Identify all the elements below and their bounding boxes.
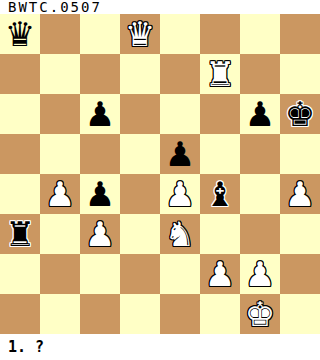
piece-white-rook[interactable]: ♜: [205, 54, 235, 94]
square-b1[interactable]: [40, 294, 80, 334]
square-c7[interactable]: [80, 54, 120, 94]
square-a5[interactable]: [0, 134, 40, 174]
square-b2[interactable]: [40, 254, 80, 294]
piece-white-queen[interactable]: ♛: [125, 14, 155, 54]
move-prompt: 1. ?: [8, 338, 44, 356]
piece-white-pawn[interactable]: ♟: [85, 214, 115, 254]
piece-black-rook[interactable]: ♜: [5, 214, 35, 254]
square-a2[interactable]: [0, 254, 40, 294]
square-h6[interactable]: ♚: [280, 94, 320, 134]
square-d1[interactable]: [120, 294, 160, 334]
square-g2[interactable]: ♟: [240, 254, 280, 294]
piece-white-pawn[interactable]: ♟: [245, 254, 275, 294]
square-g4[interactable]: [240, 174, 280, 214]
square-e4[interactable]: ♟: [160, 174, 200, 214]
square-b5[interactable]: [40, 134, 80, 174]
piece-white-pawn[interactable]: ♟: [45, 174, 75, 214]
square-f7[interactable]: ♜: [200, 54, 240, 94]
piece-black-pawn[interactable]: ♟: [85, 94, 115, 134]
square-f2[interactable]: ♟: [200, 254, 240, 294]
square-c8[interactable]: [80, 14, 120, 54]
square-c4[interactable]: ♟: [80, 174, 120, 214]
piece-white-pawn[interactable]: ♟: [285, 174, 315, 214]
piece-black-bishop[interactable]: ♝: [205, 174, 235, 214]
square-d8[interactable]: ♛: [120, 14, 160, 54]
square-e7[interactable]: [160, 54, 200, 94]
square-c6[interactable]: ♟: [80, 94, 120, 134]
square-e3[interactable]: ♞: [160, 214, 200, 254]
square-f1[interactable]: [200, 294, 240, 334]
piece-black-king[interactable]: ♚: [285, 94, 315, 134]
chess-puzzle-window: BWTC.0507 ♛♛♜♟♟♚♟♟♟♟♝♟♜♟♞♟♟♚ 1. ?: [0, 0, 320, 360]
square-e2[interactable]: [160, 254, 200, 294]
square-g5[interactable]: [240, 134, 280, 174]
square-c2[interactable]: [80, 254, 120, 294]
square-h4[interactable]: ♟: [280, 174, 320, 214]
square-c3[interactable]: ♟: [80, 214, 120, 254]
square-f6[interactable]: [200, 94, 240, 134]
square-d5[interactable]: [120, 134, 160, 174]
square-g6[interactable]: ♟: [240, 94, 280, 134]
square-h7[interactable]: [280, 54, 320, 94]
square-g1[interactable]: ♚: [240, 294, 280, 334]
square-b4[interactable]: ♟: [40, 174, 80, 214]
puzzle-id-label: BWTC.0507: [8, 0, 102, 14]
piece-white-king[interactable]: ♚: [245, 294, 275, 334]
piece-black-pawn[interactable]: ♟: [85, 174, 115, 214]
square-h5[interactable]: [280, 134, 320, 174]
square-b6[interactable]: [40, 94, 80, 134]
square-b7[interactable]: [40, 54, 80, 94]
square-d6[interactable]: [120, 94, 160, 134]
square-e1[interactable]: [160, 294, 200, 334]
square-h3[interactable]: [280, 214, 320, 254]
square-d7[interactable]: [120, 54, 160, 94]
piece-white-pawn[interactable]: ♟: [205, 254, 235, 294]
chess-board: ♛♛♜♟♟♚♟♟♟♟♝♟♜♟♞♟♟♚: [0, 14, 320, 334]
square-g3[interactable]: [240, 214, 280, 254]
square-g7[interactable]: [240, 54, 280, 94]
square-g8[interactable]: [240, 14, 280, 54]
square-f5[interactable]: [200, 134, 240, 174]
square-c1[interactable]: [80, 294, 120, 334]
piece-black-queen[interactable]: ♛: [5, 14, 35, 54]
square-e6[interactable]: [160, 94, 200, 134]
square-f4[interactable]: ♝: [200, 174, 240, 214]
square-d3[interactable]: [120, 214, 160, 254]
square-a1[interactable]: [0, 294, 40, 334]
square-b3[interactable]: [40, 214, 80, 254]
piece-white-knight[interactable]: ♞: [165, 214, 195, 254]
square-d4[interactable]: [120, 174, 160, 214]
square-a3[interactable]: ♜: [0, 214, 40, 254]
square-h2[interactable]: [280, 254, 320, 294]
square-a6[interactable]: [0, 94, 40, 134]
piece-black-pawn[interactable]: ♟: [245, 94, 275, 134]
square-a8[interactable]: ♛: [0, 14, 40, 54]
square-b8[interactable]: [40, 14, 80, 54]
square-f3[interactable]: [200, 214, 240, 254]
square-h8[interactable]: [280, 14, 320, 54]
square-f8[interactable]: [200, 14, 240, 54]
square-a7[interactable]: [0, 54, 40, 94]
piece-black-pawn[interactable]: ♟: [165, 134, 195, 174]
square-e8[interactable]: [160, 14, 200, 54]
square-h1[interactable]: [280, 294, 320, 334]
piece-white-pawn[interactable]: ♟: [165, 174, 195, 214]
square-d2[interactable]: [120, 254, 160, 294]
square-e5[interactable]: ♟: [160, 134, 200, 174]
square-c5[interactable]: [80, 134, 120, 174]
square-a4[interactable]: [0, 174, 40, 214]
